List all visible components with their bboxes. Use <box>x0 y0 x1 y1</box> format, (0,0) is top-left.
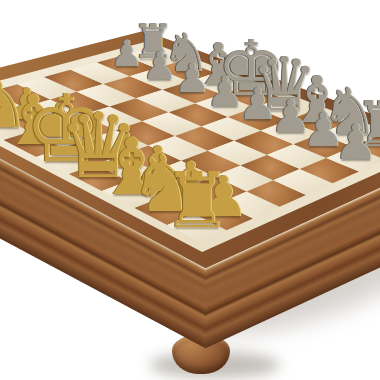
chess-set-photo: ♜♞♝♚♛♝♞♜♟♟♟♟♟♟♟♟♟♟♟♟♟♟♟♟♜♞♝♚♛♝♞♜ <box>0 0 380 380</box>
